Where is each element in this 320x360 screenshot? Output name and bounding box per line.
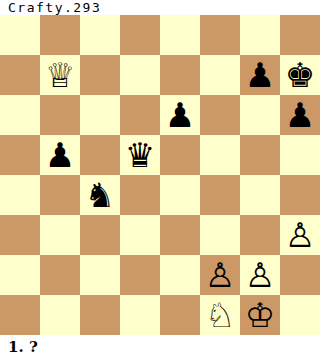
square-e8[interactable] xyxy=(160,15,200,55)
square-f3[interactable] xyxy=(200,215,240,255)
square-h3[interactable]: ♙ xyxy=(280,215,320,255)
square-e2[interactable] xyxy=(160,255,200,295)
square-c3[interactable] xyxy=(80,215,120,255)
square-f5[interactable] xyxy=(200,135,240,175)
white-knight-f1[interactable]: ♘ xyxy=(205,295,235,335)
square-a8[interactable] xyxy=(0,15,40,55)
chess-board: ♕♟♚♟♟♟♛♞♙♙♙♘♔ xyxy=(0,15,320,335)
square-f6[interactable] xyxy=(200,95,240,135)
white-pawn-g2[interactable]: ♙ xyxy=(245,255,275,295)
square-a6[interactable] xyxy=(0,95,40,135)
square-h1[interactable] xyxy=(280,295,320,335)
square-f7[interactable] xyxy=(200,55,240,95)
square-g3[interactable] xyxy=(240,215,280,255)
square-g8[interactable] xyxy=(240,15,280,55)
square-a2[interactable] xyxy=(0,255,40,295)
square-h8[interactable] xyxy=(280,15,320,55)
square-d1[interactable] xyxy=(120,295,160,335)
square-e7[interactable] xyxy=(160,55,200,95)
square-e4[interactable] xyxy=(160,175,200,215)
square-h2[interactable] xyxy=(280,255,320,295)
square-h4[interactable] xyxy=(280,175,320,215)
square-g6[interactable] xyxy=(240,95,280,135)
square-b7[interactable]: ♕ xyxy=(40,55,80,95)
white-pawn-f2[interactable]: ♙ xyxy=(205,255,235,295)
square-b5[interactable]: ♟ xyxy=(40,135,80,175)
square-c8[interactable] xyxy=(80,15,120,55)
square-f2[interactable]: ♙ xyxy=(200,255,240,295)
square-e5[interactable] xyxy=(160,135,200,175)
square-h7[interactable]: ♚ xyxy=(280,55,320,95)
square-h6[interactable]: ♟ xyxy=(280,95,320,135)
square-a3[interactable] xyxy=(0,215,40,255)
square-a1[interactable] xyxy=(0,295,40,335)
square-d8[interactable] xyxy=(120,15,160,55)
square-c7[interactable] xyxy=(80,55,120,95)
square-g7[interactable]: ♟ xyxy=(240,55,280,95)
black-king-h7[interactable]: ♚ xyxy=(285,55,315,95)
square-b4[interactable] xyxy=(40,175,80,215)
black-queen-d5[interactable]: ♛ xyxy=(125,135,155,175)
square-a7[interactable] xyxy=(0,55,40,95)
square-b1[interactable] xyxy=(40,295,80,335)
black-pawn-b5[interactable]: ♟ xyxy=(45,135,75,175)
black-pawn-h6[interactable]: ♟ xyxy=(285,95,315,135)
square-d6[interactable] xyxy=(120,95,160,135)
square-a4[interactable] xyxy=(0,175,40,215)
chess-diagram-window: Crafty.293 ♕♟♚♟♟♟♛♞♙♙♙♘♔ 1. ? xyxy=(0,0,320,360)
square-g2[interactable]: ♙ xyxy=(240,255,280,295)
square-b6[interactable] xyxy=(40,95,80,135)
square-h5[interactable] xyxy=(280,135,320,175)
square-c1[interactable] xyxy=(80,295,120,335)
move-prompt: 1. ? xyxy=(0,335,320,360)
black-pawn-e6[interactable]: ♟ xyxy=(165,95,195,135)
black-pawn-g7[interactable]: ♟ xyxy=(245,55,275,95)
square-e3[interactable] xyxy=(160,215,200,255)
white-queen-b7[interactable]: ♕ xyxy=(45,55,75,95)
white-king-g1[interactable]: ♔ xyxy=(245,295,275,335)
square-d2[interactable] xyxy=(120,255,160,295)
square-g4[interactable] xyxy=(240,175,280,215)
square-c2[interactable] xyxy=(80,255,120,295)
window-title: Crafty.293 xyxy=(0,0,320,15)
square-d4[interactable] xyxy=(120,175,160,215)
square-f1[interactable]: ♘ xyxy=(200,295,240,335)
white-pawn-h3[interactable]: ♙ xyxy=(285,215,315,255)
square-e1[interactable] xyxy=(160,295,200,335)
square-b3[interactable] xyxy=(40,215,80,255)
square-f8[interactable] xyxy=(200,15,240,55)
square-g1[interactable]: ♔ xyxy=(240,295,280,335)
square-d5[interactable]: ♛ xyxy=(120,135,160,175)
square-g5[interactable] xyxy=(240,135,280,175)
square-a5[interactable] xyxy=(0,135,40,175)
square-c6[interactable] xyxy=(80,95,120,135)
square-c4[interactable]: ♞ xyxy=(80,175,120,215)
square-d3[interactable] xyxy=(120,215,160,255)
square-b2[interactable] xyxy=(40,255,80,295)
square-d7[interactable] xyxy=(120,55,160,95)
square-f4[interactable] xyxy=(200,175,240,215)
black-knight-c4[interactable]: ♞ xyxy=(85,175,115,215)
square-e6[interactable]: ♟ xyxy=(160,95,200,135)
square-c5[interactable] xyxy=(80,135,120,175)
square-b8[interactable] xyxy=(40,15,80,55)
